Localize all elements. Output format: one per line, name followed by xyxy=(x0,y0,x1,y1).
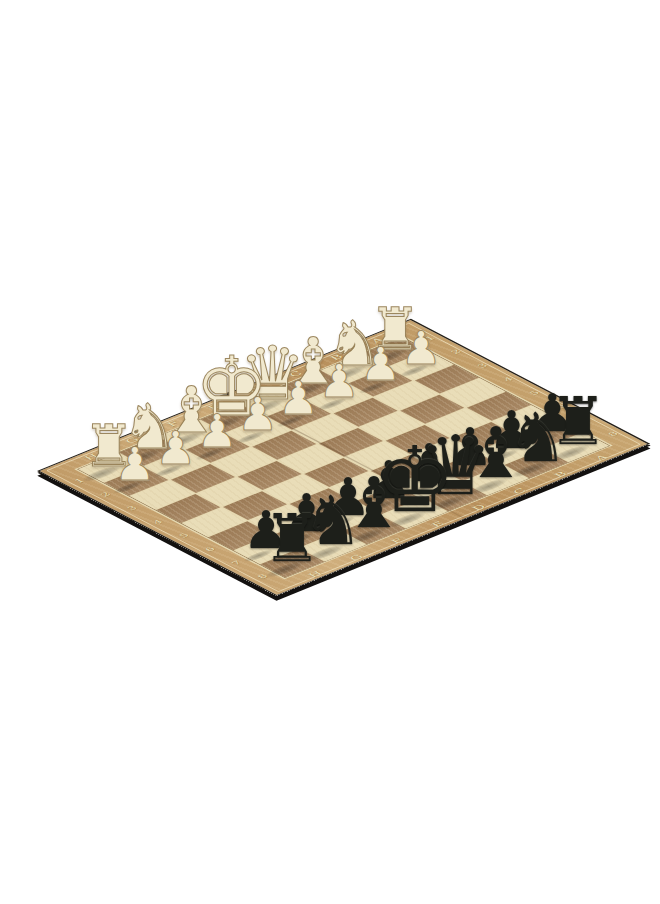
rank-label-right-3: 3 xyxy=(475,362,490,369)
chess-set-product-photo: HHGGFFEEDDCCBBAA1122334455667788 ♜♟♞♟♝♟♛… xyxy=(0,0,660,904)
rank-label-left-6: 6 xyxy=(203,546,218,553)
white-pawn-glyph: ♟ xyxy=(401,325,442,371)
chess-board: HHGGFFEEDDCCBBAA1122334455667788 ♜♟♞♟♝♟♛… xyxy=(37,319,650,596)
white-pawn-glyph: ♟ xyxy=(319,358,360,404)
black-rook-glyph: ♜ xyxy=(262,505,321,571)
rank-label-left-7: 7 xyxy=(229,559,244,566)
white-pawn-glyph: ♟ xyxy=(196,408,237,454)
white-pawn-glyph: ♟ xyxy=(115,441,156,487)
rank-label-left-5: 5 xyxy=(177,532,192,539)
white-pawn-glyph: ♟ xyxy=(156,424,197,470)
rank-label-right-8: 8 xyxy=(606,430,621,437)
rank-label-right-2: 2 xyxy=(449,348,464,355)
rank-label-right-4: 4 xyxy=(501,376,516,383)
white-pawn-glyph: ♟ xyxy=(278,374,319,420)
white-pawn-glyph: ♟ xyxy=(237,391,278,437)
rank-label-left-4: 4 xyxy=(151,518,166,525)
rank-label-left-2: 2 xyxy=(98,491,113,498)
rank-label-left-3: 3 xyxy=(125,505,140,512)
white-pawn-glyph: ♟ xyxy=(360,341,401,387)
